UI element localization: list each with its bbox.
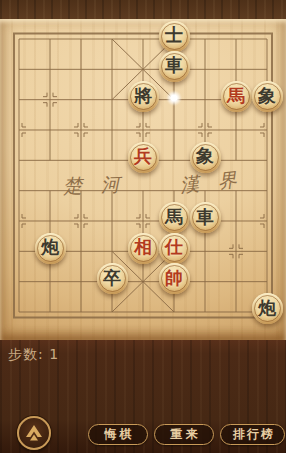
piece-glyph: 兵 bbox=[134, 147, 152, 165]
piece-black-elephant[interactable]: 象 bbox=[190, 142, 221, 173]
bottom-panel: 步数: 1 悔棋 重来 排行榜 bbox=[0, 340, 286, 453]
step-counter: 步数: 1 bbox=[8, 346, 59, 364]
piece-glyph: 象 bbox=[196, 147, 214, 165]
river-label-left: 楚 河 bbox=[63, 173, 127, 196]
piece-red-advisor[interactable]: 仕 bbox=[159, 233, 190, 264]
piece-black-elephant[interactable]: 象 bbox=[252, 81, 283, 112]
piece-glyph: 炮 bbox=[258, 299, 276, 317]
piece-glyph: 馬 bbox=[227, 87, 245, 105]
top-bar bbox=[0, 0, 286, 19]
piece-glyph: 將 bbox=[134, 87, 152, 105]
piece-glyph: 仕 bbox=[165, 238, 183, 256]
piece-black-horse[interactable]: 馬 bbox=[159, 202, 190, 233]
piece-glyph: 車 bbox=[165, 56, 183, 74]
chevron-up-logo-icon bbox=[23, 422, 45, 444]
piece-black-chariot[interactable]: 車 bbox=[190, 202, 221, 233]
piece-glyph: 象 bbox=[258, 87, 276, 105]
piece-red-general[interactable]: 帥 bbox=[159, 263, 190, 294]
piece-glyph: 士 bbox=[165, 26, 183, 44]
piece-black-cannon[interactable]: 炮 bbox=[252, 293, 283, 324]
step-counter-value: 1 bbox=[49, 346, 59, 362]
piece-glyph: 相 bbox=[134, 238, 152, 256]
board-table: 楚 河 漢 界 士車將馬象兵象馬車炮相仕卒帥炮 bbox=[0, 19, 286, 340]
piece-red-elephant[interactable]: 相 bbox=[128, 233, 159, 264]
piece-black-chariot[interactable]: 車 bbox=[159, 51, 190, 82]
piece-red-soldier[interactable]: 兵 bbox=[128, 142, 159, 173]
piece-glyph: 卒 bbox=[103, 269, 121, 287]
xiangqi-game-screen: 楚 河 漢 界 士車將馬象兵象馬車炮相仕卒帥炮 步数: 1 悔棋 重来 排行榜 bbox=[0, 0, 286, 453]
piece-red-horse[interactable]: 馬 bbox=[221, 81, 252, 112]
step-counter-label: 步数: bbox=[8, 346, 44, 362]
xiangqi-board[interactable]: 楚 河 漢 界 bbox=[0, 19, 286, 340]
river-label-right: 漢 界 bbox=[179, 168, 245, 196]
piece-black-cannon[interactable]: 炮 bbox=[35, 233, 66, 264]
home-button[interactable] bbox=[17, 416, 51, 450]
piece-black-general[interactable]: 將 bbox=[128, 81, 159, 112]
piece-black-soldier[interactable]: 卒 bbox=[97, 263, 128, 294]
piece-glyph: 馬 bbox=[165, 208, 183, 226]
undo-button[interactable]: 悔棋 bbox=[88, 424, 148, 445]
piece-glyph: 車 bbox=[196, 208, 214, 226]
leaderboard-button[interactable]: 排行榜 bbox=[220, 424, 285, 445]
piece-black-advisor[interactable]: 士 bbox=[159, 21, 190, 52]
restart-button[interactable]: 重来 bbox=[154, 424, 214, 445]
piece-glyph: 炮 bbox=[41, 238, 59, 256]
piece-glyph: 帥 bbox=[165, 269, 183, 287]
